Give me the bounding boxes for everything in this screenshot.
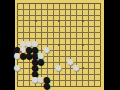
grid-line-horizontal	[17, 15, 101, 16]
grid-line-horizontal	[17, 26, 101, 27]
grid-line-horizontal	[17, 9, 101, 10]
grid-line-horizontal	[17, 74, 101, 75]
white-stone: ●	[55, 64, 63, 72]
white-stone: ●	[72, 64, 80, 72]
star-point	[82, 20, 84, 22]
grid-line-horizontal	[17, 80, 101, 81]
letterbox-left	[0, 0, 15, 90]
star-point	[58, 20, 60, 22]
star-point	[35, 20, 37, 22]
grid-line-horizontal	[17, 32, 101, 33]
black-stone: ●	[43, 82, 51, 90]
go-board[interactable]: ●●●●●●●●●●●●●●●●●●●●●●●●●	[15, 0, 104, 90]
white-stone: ●	[13, 64, 21, 72]
go-app-screenshot: ●●●●●●●●●●●●●●●●●●●●●●●●●	[0, 0, 120, 90]
grid-line-horizontal	[17, 3, 101, 4]
star-point	[82, 44, 84, 46]
star-point	[58, 44, 60, 46]
letterbox-right	[104, 0, 120, 90]
grid-line-horizontal	[17, 86, 101, 87]
